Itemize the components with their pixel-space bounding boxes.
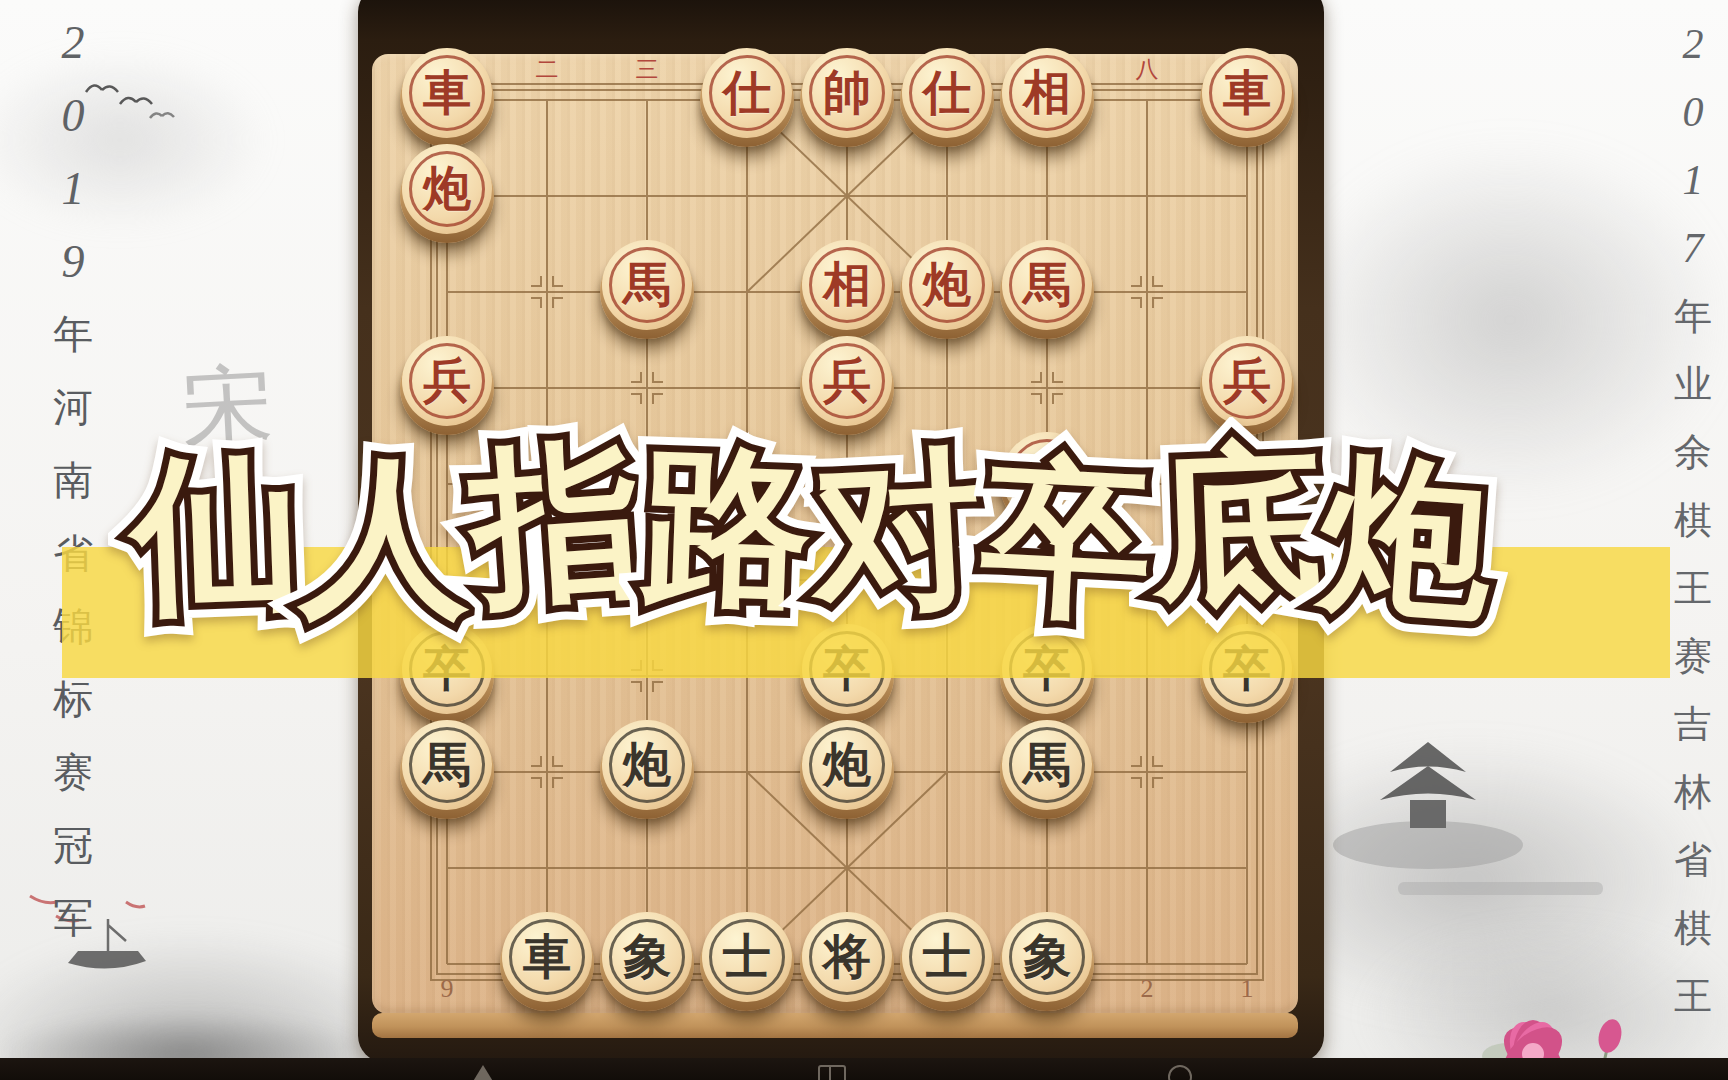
caption-char: 赛 [1674, 622, 1712, 690]
piece-face: 兵 [802, 336, 892, 426]
caption-char: 0 [1683, 78, 1704, 146]
piece-red-炮[interactable]: 炮 [400, 149, 494, 243]
piece-glyph: 炮 [823, 741, 871, 789]
piece-red-仕[interactable]: 仕 [700, 53, 794, 147]
piece-black-炮[interactable]: 炮 [800, 725, 894, 819]
caption-char: 赛 [53, 736, 93, 809]
caption-char: 2 [1683, 10, 1704, 78]
file-label-bottom: 2 [1129, 974, 1165, 1004]
caption-char: 0 [62, 79, 85, 152]
piece-glyph: 将 [823, 933, 871, 981]
file-label-bottom: 9 [429, 974, 465, 1004]
piece-black-馬[interactable]: 馬 [1000, 725, 1094, 819]
file-label-top: 八 [1129, 54, 1165, 85]
bottom-toolbar [0, 1058, 1728, 1080]
banner-char: 指 [466, 432, 647, 613]
piece-face: 兵 [402, 336, 492, 426]
piece-face: 炮 [602, 720, 692, 810]
gallery-icon[interactable] [818, 1065, 846, 1080]
piece-black-炮[interactable]: 炮 [600, 725, 694, 819]
banner-char: 路 [639, 439, 815, 615]
caption-char: 1 [1683, 146, 1704, 214]
piece-red-兵[interactable]: 兵 [1200, 341, 1294, 435]
piece-glyph: 仕 [923, 69, 971, 117]
piece-black-士[interactable]: 士 [700, 917, 794, 1011]
piece-red-帥[interactable]: 帥 [800, 53, 894, 147]
caption-char: 王 [1674, 554, 1712, 622]
caption-char: 年 [1674, 282, 1712, 350]
piece-red-炮[interactable]: 炮 [900, 245, 994, 339]
piece-face: 相 [802, 240, 892, 330]
piece-face: 炮 [902, 240, 992, 330]
record-icon[interactable] [1168, 1065, 1192, 1080]
banner-char: 仙 [129, 445, 305, 621]
ink-bridge [1398, 882, 1603, 895]
pavilion-icon [1333, 742, 1523, 869]
piece-face: 車 [1202, 48, 1292, 138]
piece-red-車[interactable]: 車 [1200, 53, 1294, 147]
piece-face: 士 [902, 912, 992, 1002]
piece-face: 炮 [402, 144, 492, 234]
piece-red-馬[interactable]: 馬 [1000, 245, 1094, 339]
piece-face: 炮 [802, 720, 892, 810]
piece-face: 象 [602, 912, 692, 1002]
caption-char: 吉 [1674, 690, 1712, 758]
piece-face: 将 [802, 912, 892, 1002]
piece-glyph: 兵 [423, 357, 471, 405]
caption-char: 1 [62, 152, 85, 225]
piece-glyph: 馬 [623, 261, 671, 309]
piece-face: 相 [1002, 48, 1092, 138]
piece-red-相[interactable]: 相 [800, 245, 894, 339]
piece-face: 馬 [1002, 720, 1092, 810]
play-icon[interactable] [472, 1065, 494, 1080]
piece-glyph: 兵 [823, 357, 871, 405]
screenshot: 宋 [0, 0, 1728, 1080]
caption-char: 年 [53, 298, 93, 371]
piece-face: 馬 [602, 240, 692, 330]
piece-glyph: 炮 [423, 165, 471, 213]
piece-face: 士 [702, 912, 792, 1002]
caption-char: 7 [1683, 214, 1704, 282]
banner-char: 卒 [978, 450, 1157, 629]
piece-red-相[interactable]: 相 [1000, 53, 1094, 147]
caption-char: 棋 [1674, 894, 1712, 962]
caption-char: 王 [1674, 962, 1712, 1030]
piece-black-馬[interactable]: 馬 [400, 725, 494, 819]
piece-red-仕[interactable]: 仕 [900, 53, 994, 147]
piece-glyph: 馬 [1023, 741, 1071, 789]
piece-glyph: 士 [723, 933, 771, 981]
piece-face: 仕 [702, 48, 792, 138]
piece-glyph: 炮 [923, 261, 971, 309]
piece-face: 兵 [1202, 336, 1292, 426]
piece-face: 車 [502, 912, 592, 1002]
right-caption-2017-jilin-king: 2017年业余棋王赛吉林省棋王 [1660, 10, 1726, 1030]
piece-glyph: 士 [923, 933, 971, 981]
piece-red-兵[interactable]: 兵 [800, 341, 894, 435]
caption-char: 9 [62, 225, 85, 298]
piece-red-馬[interactable]: 馬 [600, 245, 694, 339]
piece-red-車[interactable]: 車 [400, 53, 494, 147]
piece-glyph: 仕 [723, 69, 771, 117]
piece-black-象[interactable]: 象 [600, 917, 694, 1011]
caption-char: 2 [62, 6, 85, 79]
piece-glyph: 炮 [623, 741, 671, 789]
caption-char: 业 [1674, 350, 1712, 418]
piece-face: 車 [402, 48, 492, 138]
piece-glyph: 車 [523, 933, 571, 981]
piece-face: 馬 [402, 720, 492, 810]
caption-char: 棋 [1674, 486, 1712, 554]
banner-char: 对 [808, 442, 987, 621]
file-label-bottom: 1 [1229, 974, 1265, 1004]
piece-face: 帥 [802, 48, 892, 138]
piece-black-象[interactable]: 象 [1000, 917, 1094, 1011]
piece-glyph: 兵 [1223, 357, 1271, 405]
piece-glyph: 象 [1023, 933, 1071, 981]
piece-glyph: 相 [1023, 69, 1071, 117]
caption-char: 省 [1674, 826, 1712, 894]
caption-char: 河 [53, 371, 93, 444]
caption-char: 军 [53, 882, 93, 955]
banner-char: 人 [299, 449, 475, 625]
piece-face: 馬 [1002, 240, 1092, 330]
piece-black-車[interactable]: 車 [500, 917, 594, 1011]
caption-char: 冠 [53, 809, 93, 882]
caption-char: 林 [1674, 758, 1712, 826]
piece-glyph: 相 [823, 261, 871, 309]
piece-glyph: 帥 [823, 69, 871, 117]
banner-char: 炮 [1316, 446, 1497, 627]
piece-black-士[interactable]: 士 [900, 917, 994, 1011]
banner-title: 仙人指路对卒底炮 [0, 444, 1624, 614]
piece-red-兵[interactable]: 兵 [400, 341, 494, 435]
caption-char: 余 [1674, 418, 1712, 486]
piece-glyph: 車 [1223, 69, 1271, 117]
board-front-edge [372, 1013, 1298, 1038]
piece-face: 仕 [902, 48, 992, 138]
piece-glyph: 馬 [1023, 261, 1071, 309]
piece-glyph: 車 [423, 69, 471, 117]
file-label-top: 三 [629, 54, 665, 85]
piece-glyph: 象 [623, 933, 671, 981]
banner-char: 底 [1149, 437, 1325, 613]
piece-face: 象 [1002, 912, 1092, 1002]
piece-glyph: 馬 [423, 741, 471, 789]
file-label-top: 二 [529, 54, 565, 85]
piece-black-将[interactable]: 将 [800, 917, 894, 1011]
